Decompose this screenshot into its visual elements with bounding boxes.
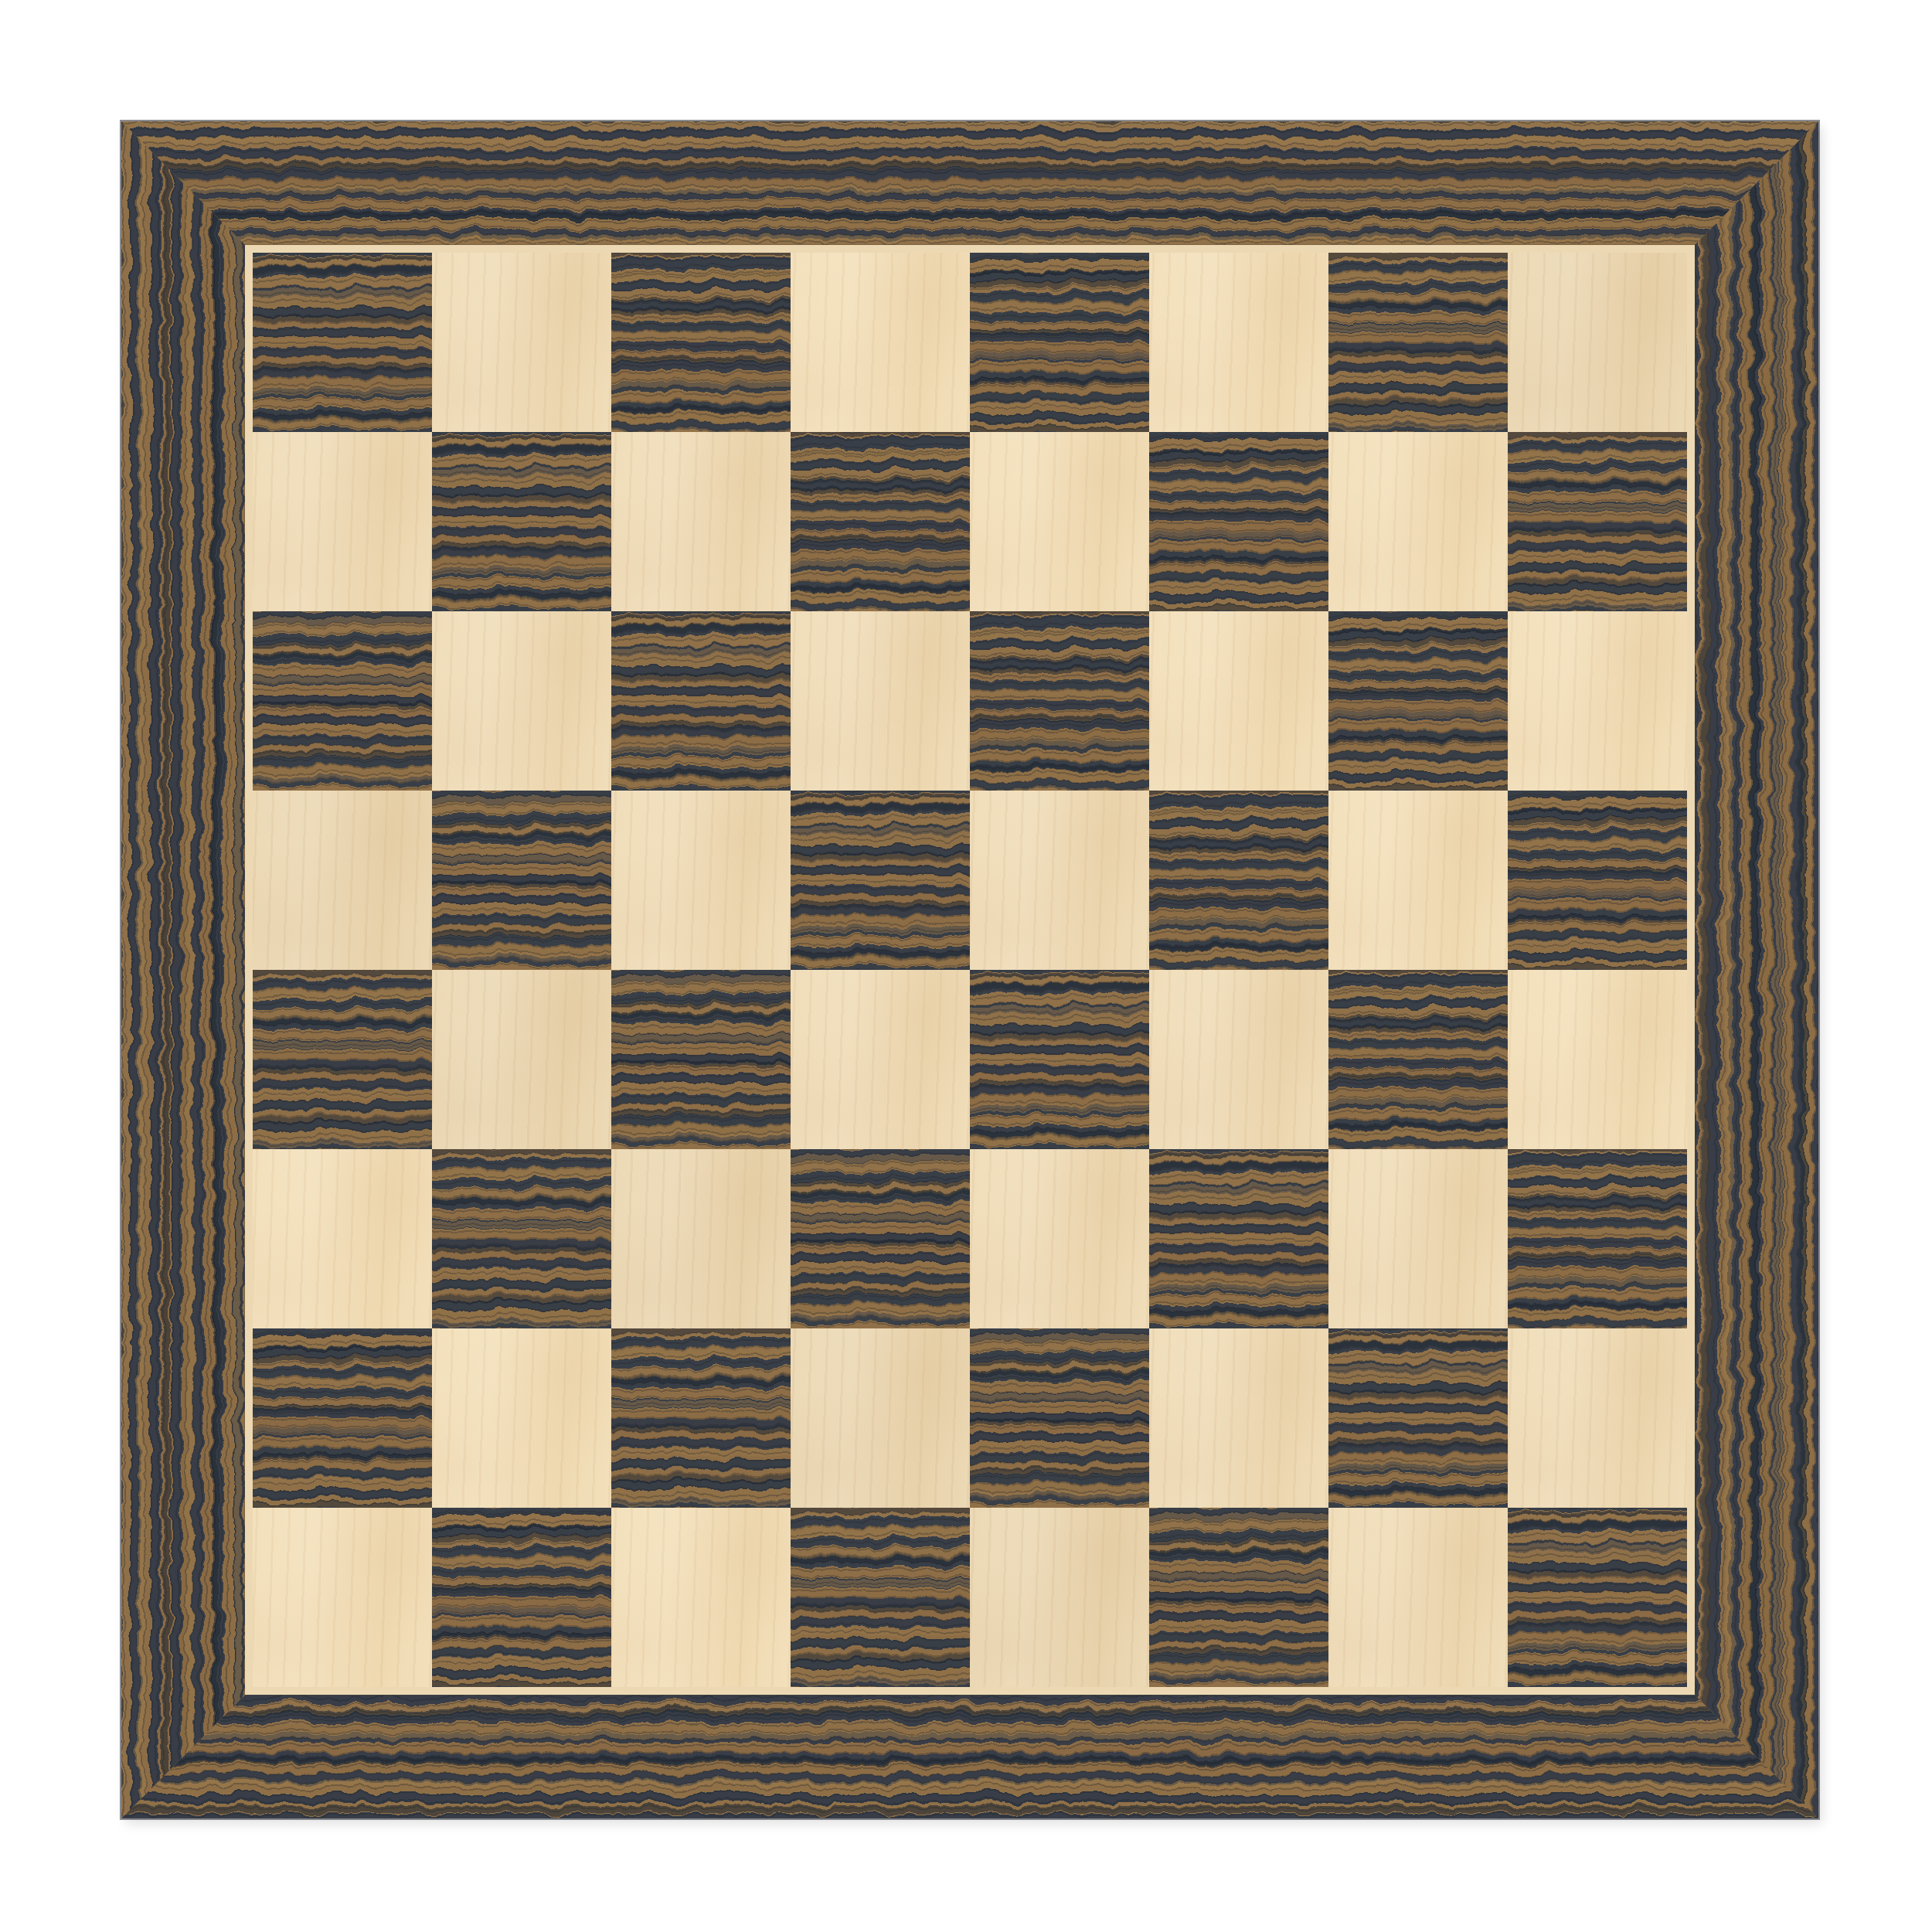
square-d1[interactable] [791, 1508, 970, 1687]
square-f7[interactable] [1149, 432, 1328, 611]
square-b7[interactable] [432, 432, 611, 611]
zebrawood-grain [1328, 611, 1508, 791]
square-e8[interactable] [970, 253, 1149, 432]
square-h5[interactable] [1508, 791, 1687, 970]
frame-bottom [121, 1695, 1818, 1818]
maple-grain [791, 970, 970, 1149]
square-g5[interactable] [1328, 791, 1508, 970]
square-d8[interactable] [791, 253, 970, 432]
maple-grain [432, 1328, 611, 1508]
zebrawood-grain [970, 1328, 1149, 1508]
maple-grain [1508, 970, 1687, 1149]
maple-grain [253, 432, 432, 611]
square-b8[interactable] [432, 253, 611, 432]
square-a5[interactable] [253, 791, 432, 970]
zebrawood-grain [1508, 1508, 1687, 1687]
square-d2[interactable] [791, 1328, 970, 1508]
maple-grain [611, 791, 791, 970]
zebrawood-grain [432, 1149, 611, 1328]
zebrawood-grain [1328, 970, 1508, 1149]
zebrawood-grain [611, 1328, 791, 1508]
square-c6[interactable] [611, 611, 791, 791]
maple-grain [791, 1328, 970, 1508]
square-h1[interactable] [1508, 1508, 1687, 1687]
playing-field [253, 253, 1687, 1687]
square-a4[interactable] [253, 970, 432, 1149]
square-h2[interactable] [1508, 1328, 1687, 1508]
square-g8[interactable] [1328, 253, 1508, 432]
zebrawood-grain [791, 432, 970, 611]
zebrawood-grain [432, 432, 611, 611]
maple-grain [1149, 970, 1328, 1149]
square-f1[interactable] [1149, 1508, 1328, 1687]
square-a8[interactable] [253, 253, 432, 432]
maple-grain [1149, 611, 1328, 791]
square-c5[interactable] [611, 791, 791, 970]
square-e1[interactable] [970, 1508, 1149, 1687]
zebrawood-grain [1508, 432, 1687, 611]
maple-grain [253, 1508, 432, 1687]
zebrawood-grain [432, 1508, 611, 1687]
maple-grain [1328, 1149, 1508, 1328]
zebrawood-grain [1508, 791, 1687, 970]
zebrawood-grain [1149, 432, 1328, 611]
zebrawood-grain [1149, 791, 1328, 970]
square-a7[interactable] [253, 432, 432, 611]
square-h7[interactable] [1508, 432, 1687, 611]
square-b5[interactable] [432, 791, 611, 970]
square-c7[interactable] [611, 432, 791, 611]
square-d6[interactable] [791, 611, 970, 791]
maple-grain [970, 1508, 1149, 1687]
maple-grain [1328, 432, 1508, 611]
square-a2[interactable] [253, 1328, 432, 1508]
square-e3[interactable] [970, 1149, 1149, 1328]
square-f8[interactable] [1149, 253, 1328, 432]
maple-grain [1508, 1328, 1687, 1508]
frame-top-grain [121, 121, 1818, 245]
square-b2[interactable] [432, 1328, 611, 1508]
square-f2[interactable] [1149, 1328, 1328, 1508]
frame-bottom-grain [121, 1695, 1818, 1818]
zebrawood-grain [1149, 1508, 1328, 1687]
square-g3[interactable] [1328, 1149, 1508, 1328]
square-c2[interactable] [611, 1328, 791, 1508]
maple-grain [970, 791, 1149, 970]
square-b4[interactable] [432, 970, 611, 1149]
maple-grain [1149, 1328, 1328, 1508]
square-c4[interactable] [611, 970, 791, 1149]
zebrawood-grain [611, 611, 791, 791]
square-d5[interactable] [791, 791, 970, 970]
square-c1[interactable] [611, 1508, 791, 1687]
zebrawood-grain [1328, 1328, 1508, 1508]
frame-left-grain [121, 121, 245, 1818]
maple-grain [253, 1149, 432, 1328]
zebrawood-grain [1328, 253, 1508, 432]
square-f6[interactable] [1149, 611, 1328, 791]
maple-grain [432, 253, 611, 432]
zebrawood-grain [432, 791, 611, 970]
maple-grain [1508, 611, 1687, 791]
square-c8[interactable] [611, 253, 791, 432]
square-e4[interactable] [970, 970, 1149, 1149]
square-e5[interactable] [970, 791, 1149, 970]
zebrawood-grain [1508, 1149, 1687, 1328]
square-c3[interactable] [611, 1149, 791, 1328]
square-b6[interactable] [432, 611, 611, 791]
square-a6[interactable] [253, 611, 432, 791]
maple-grain [1508, 253, 1687, 432]
square-g6[interactable] [1328, 611, 1508, 791]
square-g2[interactable] [1328, 1328, 1508, 1508]
square-d3[interactable] [791, 1149, 970, 1328]
maple-grain [611, 432, 791, 611]
frame-right [1695, 121, 1818, 1818]
square-g1[interactable] [1328, 1508, 1508, 1687]
zebrawood-grain [253, 253, 432, 432]
maple-grain [611, 1149, 791, 1328]
zebrawood-grain [970, 970, 1149, 1149]
square-h6[interactable] [1508, 611, 1687, 791]
square-b3[interactable] [432, 1149, 611, 1328]
zebrawood-grain [611, 970, 791, 1149]
square-e6[interactable] [970, 611, 1149, 791]
square-b1[interactable] [432, 1508, 611, 1687]
zebrawood-grain [791, 1508, 970, 1687]
zebrawood-grain [253, 1328, 432, 1508]
maple-grain [970, 1149, 1149, 1328]
square-e7[interactable] [970, 432, 1149, 611]
square-h8[interactable] [1508, 253, 1687, 432]
maple-grain [432, 970, 611, 1149]
zebrawood-grain [970, 253, 1149, 432]
square-f3[interactable] [1149, 1149, 1328, 1328]
square-h4[interactable] [1508, 970, 1687, 1149]
square-a3[interactable] [253, 1149, 432, 1328]
frame-top [121, 121, 1818, 245]
frame-right-grain [1695, 121, 1818, 1818]
zebrawood-grain [253, 611, 432, 791]
square-d7[interactable] [791, 432, 970, 611]
maple-grain [432, 611, 611, 791]
square-f4[interactable] [1149, 970, 1328, 1149]
maple-grain [791, 253, 970, 432]
maple-grain [1328, 791, 1508, 970]
square-f5[interactable] [1149, 791, 1328, 970]
zebrawood-grain [970, 611, 1149, 791]
maple-grain [1328, 1508, 1508, 1687]
maple-grain [611, 1508, 791, 1687]
zebrawood-grain [1149, 1149, 1328, 1328]
maple-grain [1149, 253, 1328, 432]
zebrawood-grain [253, 970, 432, 1149]
square-d4[interactable] [791, 970, 970, 1149]
zebrawood-grain [791, 1149, 970, 1328]
maple-grain [970, 432, 1149, 611]
maple-grain [791, 611, 970, 791]
zebrawood-grain [611, 253, 791, 432]
square-h3[interactable] [1508, 1149, 1687, 1328]
square-a1[interactable] [253, 1508, 432, 1687]
frame-left [121, 121, 245, 1818]
maple-grain [253, 791, 432, 970]
square-g4[interactable] [1328, 970, 1508, 1149]
zebrawood-grain [791, 791, 970, 970]
square-e2[interactable] [970, 1328, 1149, 1508]
square-g7[interactable] [1328, 432, 1508, 611]
chess-board [121, 121, 1818, 1818]
